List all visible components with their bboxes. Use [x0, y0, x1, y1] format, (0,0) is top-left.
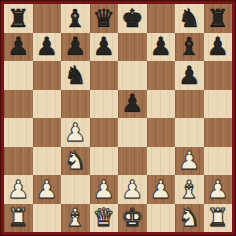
square-b2[interactable]: ♟ — [33, 175, 62, 204]
chess-board: ♜♝♛♚♞♜♟♟♟♟♟♝♟♞♟♟♟♞♟♟♟♟♟♟♝♟♜♝♛♚♞♜ — [4, 4, 232, 232]
square-g3[interactable]: ♟ — [175, 147, 204, 176]
square-d3[interactable] — [90, 147, 119, 176]
square-f6[interactable] — [147, 61, 176, 90]
square-c6[interactable]: ♞ — [61, 61, 90, 90]
square-h6[interactable] — [204, 61, 233, 90]
white-pawn-piece[interactable]: ♟ — [147, 175, 176, 204]
black-pawn-piece[interactable]: ♟ — [4, 33, 33, 62]
square-g8[interactable]: ♞ — [175, 4, 204, 33]
square-d4[interactable] — [90, 118, 119, 147]
square-b6[interactable] — [33, 61, 62, 90]
square-g1[interactable]: ♞ — [175, 204, 204, 233]
white-pawn-piece[interactable]: ♟ — [90, 175, 119, 204]
square-e2[interactable]: ♟ — [118, 175, 147, 204]
black-knight-piece[interactable]: ♞ — [61, 61, 90, 90]
square-g7[interactable]: ♝ — [175, 33, 204, 62]
square-c3[interactable]: ♞ — [61, 147, 90, 176]
square-a5[interactable] — [4, 90, 33, 119]
square-a8[interactable]: ♜ — [4, 4, 33, 33]
square-b4[interactable] — [33, 118, 62, 147]
square-h4[interactable] — [204, 118, 233, 147]
square-c1[interactable]: ♝ — [61, 204, 90, 233]
square-e7[interactable] — [118, 33, 147, 62]
white-pawn-piece[interactable]: ♟ — [33, 175, 62, 204]
square-h7[interactable]: ♟ — [204, 33, 233, 62]
black-pawn-piece[interactable]: ♟ — [147, 33, 176, 62]
square-f2[interactable]: ♟ — [147, 175, 176, 204]
black-pawn-piece[interactable]: ♟ — [118, 90, 147, 119]
square-d6[interactable] — [90, 61, 119, 90]
white-queen-piece[interactable]: ♛ — [90, 204, 119, 233]
square-h5[interactable] — [204, 90, 233, 119]
square-h3[interactable] — [204, 147, 233, 176]
black-bishop-piece[interactable]: ♝ — [175, 33, 204, 62]
white-king-piece[interactable]: ♚ — [118, 204, 147, 233]
square-a2[interactable]: ♟ — [4, 175, 33, 204]
square-a7[interactable]: ♟ — [4, 33, 33, 62]
white-rook-piece[interactable]: ♜ — [4, 204, 33, 233]
white-knight-piece[interactable]: ♞ — [61, 147, 90, 176]
square-c8[interactable]: ♝ — [61, 4, 90, 33]
square-f7[interactable]: ♟ — [147, 33, 176, 62]
square-d7[interactable]: ♟ — [90, 33, 119, 62]
board-frame: ♜♝♛♚♞♜♟♟♟♟♟♝♟♞♟♟♟♞♟♟♟♟♟♟♝♟♜♝♛♚♞♜ — [0, 0, 236, 236]
square-d2[interactable]: ♟ — [90, 175, 119, 204]
square-g4[interactable] — [175, 118, 204, 147]
white-pawn-piece[interactable]: ♟ — [118, 175, 147, 204]
white-knight-piece[interactable]: ♞ — [175, 204, 204, 233]
black-pawn-piece[interactable]: ♟ — [175, 61, 204, 90]
white-pawn-piece[interactable]: ♟ — [175, 147, 204, 176]
black-king-piece[interactable]: ♚ — [118, 4, 147, 33]
square-b1[interactable] — [33, 204, 62, 233]
square-e3[interactable] — [118, 147, 147, 176]
black-pawn-piece[interactable]: ♟ — [33, 33, 62, 62]
square-b7[interactable]: ♟ — [33, 33, 62, 62]
square-g2[interactable]: ♝ — [175, 175, 204, 204]
square-a3[interactable] — [4, 147, 33, 176]
black-queen-piece[interactable]: ♛ — [90, 4, 119, 33]
square-h1[interactable]: ♜ — [204, 204, 233, 233]
square-b5[interactable] — [33, 90, 62, 119]
white-bishop-piece[interactable]: ♝ — [175, 175, 204, 204]
black-rook-piece[interactable]: ♜ — [204, 4, 233, 33]
square-f3[interactable] — [147, 147, 176, 176]
square-c2[interactable] — [61, 175, 90, 204]
square-f1[interactable] — [147, 204, 176, 233]
square-e5[interactable]: ♟ — [118, 90, 147, 119]
square-b8[interactable] — [33, 4, 62, 33]
square-c5[interactable] — [61, 90, 90, 119]
black-pawn-piece[interactable]: ♟ — [90, 33, 119, 62]
white-pawn-piece[interactable]: ♟ — [61, 118, 90, 147]
white-pawn-piece[interactable]: ♟ — [204, 175, 233, 204]
black-pawn-piece[interactable]: ♟ — [61, 33, 90, 62]
square-c7[interactable]: ♟ — [61, 33, 90, 62]
black-pawn-piece[interactable]: ♟ — [204, 33, 233, 62]
white-rook-piece[interactable]: ♜ — [204, 204, 233, 233]
square-a1[interactable]: ♜ — [4, 204, 33, 233]
square-g5[interactable] — [175, 90, 204, 119]
square-d1[interactable]: ♛ — [90, 204, 119, 233]
square-d8[interactable]: ♛ — [90, 4, 119, 33]
square-h8[interactable]: ♜ — [204, 4, 233, 33]
square-b3[interactable] — [33, 147, 62, 176]
square-c4[interactable]: ♟ — [61, 118, 90, 147]
square-e4[interactable] — [118, 118, 147, 147]
square-e1[interactable]: ♚ — [118, 204, 147, 233]
square-e6[interactable] — [118, 61, 147, 90]
square-f8[interactable] — [147, 4, 176, 33]
square-f4[interactable] — [147, 118, 176, 147]
square-h2[interactable]: ♟ — [204, 175, 233, 204]
square-a6[interactable] — [4, 61, 33, 90]
black-knight-piece[interactable]: ♞ — [175, 4, 204, 33]
square-f5[interactable] — [147, 90, 176, 119]
white-bishop-piece[interactable]: ♝ — [61, 204, 90, 233]
square-g6[interactable]: ♟ — [175, 61, 204, 90]
square-d5[interactable] — [90, 90, 119, 119]
black-bishop-piece[interactable]: ♝ — [61, 4, 90, 33]
black-rook-piece[interactable]: ♜ — [4, 4, 33, 33]
square-a4[interactable] — [4, 118, 33, 147]
white-pawn-piece[interactable]: ♟ — [4, 175, 33, 204]
square-e8[interactable]: ♚ — [118, 4, 147, 33]
